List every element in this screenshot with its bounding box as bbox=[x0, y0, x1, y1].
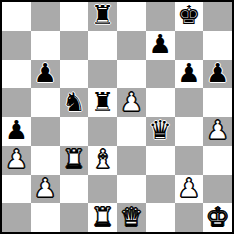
square-g8[interactable]: ♚ bbox=[175, 2, 204, 31]
square-c8[interactable] bbox=[60, 2, 89, 31]
square-f6[interactable] bbox=[146, 60, 175, 89]
black-pawn-b6: ♟ bbox=[33, 60, 56, 86]
square-c6[interactable] bbox=[60, 60, 89, 89]
square-f8[interactable] bbox=[146, 2, 175, 31]
square-h8[interactable] bbox=[203, 2, 232, 31]
black-pawn-a4: ♟ bbox=[5, 117, 28, 143]
white-queen-e1: ♛ bbox=[120, 204, 143, 230]
black-pawn-f7: ♟ bbox=[148, 31, 171, 57]
square-a7[interactable] bbox=[2, 31, 31, 60]
black-pawn-g6: ♟ bbox=[177, 60, 200, 86]
square-f4[interactable]: ♛ bbox=[146, 117, 175, 146]
square-a2[interactable] bbox=[2, 175, 31, 204]
square-f3[interactable] bbox=[146, 146, 175, 175]
square-f1[interactable] bbox=[146, 203, 175, 232]
square-d6[interactable] bbox=[88, 60, 117, 89]
square-e6[interactable] bbox=[117, 60, 146, 89]
square-a3[interactable]: ♟ bbox=[2, 146, 31, 175]
square-c2[interactable] bbox=[60, 175, 89, 204]
square-e8[interactable] bbox=[117, 2, 146, 31]
square-h2[interactable] bbox=[203, 175, 232, 204]
square-a6[interactable] bbox=[2, 60, 31, 89]
black-rook-d5: ♜ bbox=[91, 89, 114, 115]
square-g1[interactable] bbox=[175, 203, 204, 232]
white-pawn-e5: ♟ bbox=[120, 89, 143, 115]
square-a5[interactable] bbox=[2, 88, 31, 117]
square-b5[interactable] bbox=[31, 88, 60, 117]
square-b7[interactable] bbox=[31, 31, 60, 60]
black-pawn-h6: ♟ bbox=[206, 60, 229, 86]
square-g5[interactable] bbox=[175, 88, 204, 117]
square-b3[interactable] bbox=[31, 146, 60, 175]
chess-diagram: ♜♚♟♟♟♟♞♜♟♟♛♟♟♜♝♟♟♜♛♚ bbox=[0, 0, 234, 234]
square-a8[interactable] bbox=[2, 2, 31, 31]
black-queen-f4: ♛ bbox=[148, 117, 171, 143]
square-c1[interactable] bbox=[60, 203, 89, 232]
square-g2[interactable]: ♟ bbox=[175, 175, 204, 204]
white-pawn-a3: ♟ bbox=[5, 146, 28, 172]
square-e7[interactable] bbox=[117, 31, 146, 60]
square-e1[interactable]: ♛ bbox=[117, 203, 146, 232]
square-d4[interactable] bbox=[88, 117, 117, 146]
square-e3[interactable] bbox=[117, 146, 146, 175]
square-d8[interactable]: ♜ bbox=[88, 2, 117, 31]
square-b6[interactable]: ♟ bbox=[31, 60, 60, 89]
square-c3[interactable]: ♜ bbox=[60, 146, 89, 175]
white-pawn-h4: ♟ bbox=[206, 117, 229, 143]
square-h6[interactable]: ♟ bbox=[203, 60, 232, 89]
square-b1[interactable] bbox=[31, 203, 60, 232]
square-f2[interactable] bbox=[146, 175, 175, 204]
square-f7[interactable]: ♟ bbox=[146, 31, 175, 60]
square-h5[interactable] bbox=[203, 88, 232, 117]
black-rook-d8: ♜ bbox=[91, 2, 114, 28]
white-pawn-g2: ♟ bbox=[177, 175, 200, 201]
black-knight-c5: ♞ bbox=[62, 89, 85, 115]
square-c4[interactable] bbox=[60, 117, 89, 146]
square-e4[interactable] bbox=[117, 117, 146, 146]
square-b2[interactable]: ♟ bbox=[31, 175, 60, 204]
square-d1[interactable]: ♜ bbox=[88, 203, 117, 232]
square-g3[interactable] bbox=[175, 146, 204, 175]
square-h3[interactable] bbox=[203, 146, 232, 175]
square-d2[interactable] bbox=[88, 175, 117, 204]
square-g7[interactable] bbox=[175, 31, 204, 60]
square-d7[interactable] bbox=[88, 31, 117, 60]
square-a4[interactable]: ♟ bbox=[2, 117, 31, 146]
square-b8[interactable] bbox=[31, 2, 60, 31]
chess-board: ♜♚♟♟♟♟♞♜♟♟♛♟♟♜♝♟♟♜♛♚ bbox=[0, 0, 234, 234]
square-a1[interactable] bbox=[2, 203, 31, 232]
square-h4[interactable]: ♟ bbox=[203, 117, 232, 146]
white-rook-d1: ♜ bbox=[91, 204, 114, 230]
square-d3[interactable]: ♝ bbox=[88, 146, 117, 175]
square-g6[interactable]: ♟ bbox=[175, 60, 204, 89]
square-e5[interactable]: ♟ bbox=[117, 88, 146, 117]
white-pawn-b2: ♟ bbox=[33, 175, 56, 201]
square-h7[interactable] bbox=[203, 31, 232, 60]
square-c5[interactable]: ♞ bbox=[60, 88, 89, 117]
square-c7[interactable] bbox=[60, 31, 89, 60]
white-king-h1: ♚ bbox=[206, 204, 229, 230]
square-d5[interactable]: ♜ bbox=[88, 88, 117, 117]
square-e2[interactable] bbox=[117, 175, 146, 204]
square-b4[interactable] bbox=[31, 117, 60, 146]
black-king-g8: ♚ bbox=[177, 2, 200, 28]
square-g4[interactable] bbox=[175, 117, 204, 146]
square-f5[interactable] bbox=[146, 88, 175, 117]
square-h1[interactable]: ♚ bbox=[203, 203, 232, 232]
white-rook-c3: ♜ bbox=[62, 146, 85, 172]
white-bishop-d3: ♝ bbox=[91, 146, 114, 172]
